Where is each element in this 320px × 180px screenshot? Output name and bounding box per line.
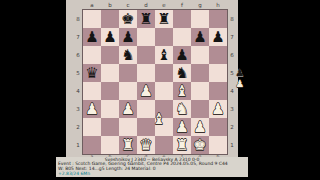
- white-pawn: ♟: [191, 118, 209, 136]
- black-bishop: ♝: [155, 46, 173, 64]
- square-h7[interactable]: ♟: [209, 28, 227, 46]
- black-knight: ♞: [119, 46, 137, 64]
- white-pawn: ♟: [173, 118, 191, 136]
- file-label-g: g: [191, 2, 209, 9]
- rank-label-8: 8: [75, 16, 81, 22]
- square-h5[interactable]: [209, 64, 227, 82]
- square-f6[interactable]: ♟: [173, 46, 191, 64]
- black-knight: ♞: [173, 64, 191, 82]
- square-b1[interactable]: [101, 136, 119, 154]
- square-h6[interactable]: [209, 46, 227, 64]
- black-pawn: ♟: [191, 28, 209, 46]
- square-e8[interactable]: ♜: [155, 10, 173, 28]
- square-g5[interactable]: [191, 64, 209, 82]
- white-pawn: ♟: [137, 82, 155, 100]
- black-pawn: ♟: [101, 28, 119, 46]
- rank-label-2: 2: [75, 124, 81, 130]
- black-pawn: ♟: [119, 28, 137, 46]
- file-label-c: c: [119, 2, 137, 9]
- white-rook: ♜: [173, 136, 191, 154]
- square-b5[interactable]: [101, 64, 119, 82]
- black-pawn: ♟: [83, 28, 101, 46]
- square-d4[interactable]: ♟: [137, 82, 155, 100]
- square-b7[interactable]: ♟: [101, 28, 119, 46]
- rank-label-4: 4: [75, 88, 81, 94]
- square-h1[interactable]: [209, 136, 227, 154]
- black-queen: ♛: [83, 64, 101, 82]
- square-b6[interactable]: [101, 46, 119, 64]
- square-a1[interactable]: [83, 136, 101, 154]
- rank-label-3: 3: [229, 106, 235, 112]
- rank-label-8: 8: [229, 16, 235, 22]
- white-bishop: ♝: [173, 82, 191, 100]
- square-f4[interactable]: ♝: [173, 82, 191, 100]
- square-c6[interactable]: ♞: [119, 46, 137, 64]
- chess-board: ♚♜♜♟♟♟♟♟♞♝♟♛♞♟♝♟♟♞♟♝♟♟♜♛♜♚: [82, 9, 228, 155]
- rank-label-3: 3: [75, 106, 81, 112]
- square-e3[interactable]: [155, 100, 173, 118]
- square-d1[interactable]: ♛: [137, 136, 155, 154]
- square-e2[interactable]: ♝: [155, 118, 173, 136]
- black-rook: ♜: [155, 10, 173, 28]
- square-e6[interactable]: ♝: [155, 46, 173, 64]
- square-g3[interactable]: [191, 100, 209, 118]
- file-label-d: d: [137, 2, 155, 9]
- square-h2[interactable]: [209, 118, 227, 136]
- rank-label-5: 5: [75, 70, 81, 76]
- file-label-f: f: [173, 2, 191, 9]
- white-rook: ♜: [119, 136, 137, 154]
- rank-label-6: 6: [75, 52, 81, 58]
- captured-white-pawn-icon: ♟: [234, 78, 246, 90]
- square-d8[interactable]: ♜: [137, 10, 155, 28]
- square-d5[interactable]: [137, 64, 155, 82]
- square-g6[interactable]: [191, 46, 209, 64]
- square-c7[interactable]: ♟: [119, 28, 137, 46]
- rank-label-2: 2: [229, 124, 235, 130]
- square-b4[interactable]: [101, 82, 119, 100]
- square-f7[interactable]: [173, 28, 191, 46]
- rank-label-7: 7: [229, 34, 235, 40]
- square-a7[interactable]: ♟: [83, 28, 101, 46]
- square-g4[interactable]: [191, 82, 209, 100]
- square-c1[interactable]: ♜: [119, 136, 137, 154]
- info-bar: Sveshnikov J 2340 -- Beliavsky A 2310 0-…: [56, 157, 248, 177]
- square-h4[interactable]: [209, 82, 227, 100]
- engine-eval-line: +2.83/24 6Mn: [56, 172, 248, 177]
- rank-labels-left: 87654321: [75, 10, 81, 154]
- square-f1[interactable]: ♜: [173, 136, 191, 154]
- black-rook: ♜: [137, 10, 155, 28]
- file-label-h: h: [209, 2, 227, 9]
- square-d3[interactable]: [137, 100, 155, 118]
- white-knight: ♞: [173, 100, 191, 118]
- rank-label-1: 1: [229, 142, 235, 148]
- white-king: ♚: [191, 136, 209, 154]
- rank-label-6: 6: [229, 52, 235, 58]
- square-c8[interactable]: ♚: [119, 10, 137, 28]
- square-c5[interactable]: [119, 64, 137, 82]
- square-c3[interactable]: ♟: [119, 100, 137, 118]
- square-e7[interactable]: [155, 28, 173, 46]
- file-label-a: a: [83, 2, 101, 9]
- rank-label-1: 1: [75, 142, 81, 148]
- square-g7[interactable]: ♟: [191, 28, 209, 46]
- file-label-e: e: [155, 2, 173, 9]
- square-a5[interactable]: ♛: [83, 64, 101, 82]
- square-f3[interactable]: ♞: [173, 100, 191, 118]
- square-c4[interactable]: [119, 82, 137, 100]
- square-e4[interactable]: [155, 82, 173, 100]
- square-b2[interactable]: [101, 118, 119, 136]
- black-king: ♚: [119, 10, 137, 28]
- white-pawn: ♟: [209, 100, 227, 118]
- square-b3[interactable]: [101, 100, 119, 118]
- square-a3[interactable]: ♟: [83, 100, 101, 118]
- square-g8[interactable]: [191, 10, 209, 28]
- square-a6[interactable]: [83, 46, 101, 64]
- square-d2[interactable]: [137, 118, 155, 136]
- square-g2[interactable]: ♟: [191, 118, 209, 136]
- white-pawn: ♟: [119, 100, 137, 118]
- square-c2[interactable]: [119, 118, 137, 136]
- square-h8[interactable]: [209, 10, 227, 28]
- black-pawn: ♟: [173, 46, 191, 64]
- square-h3[interactable]: ♟: [209, 100, 227, 118]
- square-a8[interactable]: [83, 10, 101, 28]
- file-label-b: b: [101, 2, 119, 9]
- black-pawn: ♟: [209, 28, 227, 46]
- square-e1[interactable]: [155, 136, 173, 154]
- square-f2[interactable]: ♟: [173, 118, 191, 136]
- square-f8[interactable]: [173, 10, 191, 28]
- square-g1[interactable]: ♚: [191, 136, 209, 154]
- square-e5[interactable]: [155, 64, 173, 82]
- white-pawn: ♟: [83, 100, 101, 118]
- square-b8[interactable]: [101, 10, 119, 28]
- square-d6[interactable]: [137, 46, 155, 64]
- square-f5[interactable]: ♞: [173, 64, 191, 82]
- rank-label-7: 7: [75, 34, 81, 40]
- square-a4[interactable]: [83, 82, 101, 100]
- white-queen: ♛: [137, 136, 155, 154]
- square-a2[interactable]: [83, 118, 101, 136]
- square-d7[interactable]: [137, 28, 155, 46]
- file-labels-top: abcdefgh: [83, 2, 227, 9]
